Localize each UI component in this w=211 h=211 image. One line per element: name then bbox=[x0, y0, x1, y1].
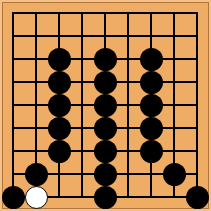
go-board[interactable] bbox=[0, 0, 211, 211]
black-stone bbox=[2, 186, 25, 209]
black-stone bbox=[140, 71, 163, 94]
black-stone bbox=[48, 140, 71, 163]
black-stone bbox=[94, 140, 117, 163]
white-stone bbox=[25, 186, 48, 209]
black-stone bbox=[94, 71, 117, 94]
black-stone bbox=[94, 117, 117, 140]
black-stone bbox=[48, 117, 71, 140]
black-stone bbox=[140, 140, 163, 163]
black-stone bbox=[140, 48, 163, 71]
black-stone bbox=[25, 163, 48, 186]
black-stone bbox=[94, 94, 117, 117]
black-stone bbox=[140, 117, 163, 140]
black-stone bbox=[140, 94, 163, 117]
black-stone bbox=[163, 163, 186, 186]
black-stone bbox=[94, 48, 117, 71]
black-stone bbox=[94, 186, 117, 209]
black-stone bbox=[48, 94, 71, 117]
black-stone bbox=[48, 48, 71, 71]
black-stone bbox=[186, 186, 209, 209]
black-stone bbox=[48, 71, 71, 94]
black-stone bbox=[94, 163, 117, 186]
